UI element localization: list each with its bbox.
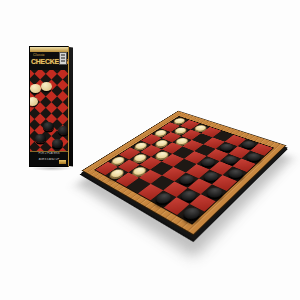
box-title: CHECKERS xyxy=(31,58,61,65)
box-art xyxy=(30,70,68,153)
box-title-area: Classic CHECKERS xyxy=(30,52,68,70)
box-art-piece-black xyxy=(35,134,46,143)
box-art-piece-cream xyxy=(30,84,41,93)
box-side-panel xyxy=(69,47,73,166)
board-grid xyxy=(94,116,274,225)
box-art-piece-black xyxy=(52,139,63,148)
box-photo-inset xyxy=(59,52,67,65)
box-series-label: Classic xyxy=(33,53,45,57)
box-art-piece-black xyxy=(43,122,54,131)
box-gold-chip xyxy=(59,160,66,164)
box-front-panel: CLASSIC GAMES Classic CHECKERS FOR 2 PLA… xyxy=(29,46,69,167)
box-art-piece-cream xyxy=(41,82,52,91)
box-bottom-band: FOR 2 PLAYERS AGES 6 AND UP xyxy=(30,151,68,166)
product-photo: CLASSIC GAMES Classic CHECKERS FOR 2 PLA… xyxy=(0,0,300,300)
box-art-piece-black xyxy=(58,126,68,135)
checkers-board xyxy=(82,111,287,236)
box-bottom-text-1: FOR 2 PLAYERS xyxy=(32,152,66,155)
checkers-box: CLASSIC GAMES Classic CHECKERS FOR 2 PLA… xyxy=(29,46,74,168)
